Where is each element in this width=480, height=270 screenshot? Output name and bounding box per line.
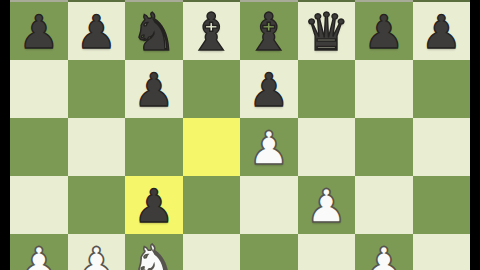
square-h7[interactable]: ♟ [413, 2, 471, 60]
square-a5[interactable] [10, 118, 68, 176]
square-h6[interactable] [413, 60, 471, 118]
board-grid: ♟♟♞♝♝♛♟♟♟♟♟♟♟♟♟♞♟ [10, 2, 470, 270]
piece-white-pawn-a3[interactable]: ♟ [18, 241, 59, 270]
piece-black-pawn-h7[interactable]: ♟ [421, 9, 462, 55]
rank8-edge-a8 [10, 0, 68, 2]
piece-black-queen-f7[interactable]: ♛ [303, 6, 350, 58]
square-g7[interactable]: ♟ [355, 2, 413, 60]
rank8-edge-g8 [355, 0, 413, 2]
square-e4[interactable] [240, 176, 298, 234]
square-e3[interactable] [240, 234, 298, 270]
square-h3[interactable] [413, 234, 471, 270]
square-b7[interactable]: ♟ [68, 2, 126, 60]
rank8-edge-b8 [68, 0, 126, 2]
square-h5[interactable] [413, 118, 471, 176]
piece-black-pawn-b7[interactable]: ♟ [76, 9, 117, 55]
square-d6[interactable] [183, 60, 241, 118]
square-f7[interactable]: ♛ [298, 2, 356, 60]
piece-white-pawn-f4[interactable]: ♟ [306, 183, 347, 229]
piece-white-pawn-e5[interactable]: ♟ [248, 125, 289, 171]
piece-white-pawn-g3[interactable]: ♟ [363, 241, 404, 270]
square-e5[interactable]: ♟ [240, 118, 298, 176]
rank8-edge-h8 [413, 0, 471, 2]
piece-white-knight-c3[interactable]: ♞ [130, 238, 177, 270]
square-b5[interactable] [68, 118, 126, 176]
square-d5[interactable] [183, 118, 241, 176]
square-b4[interactable] [68, 176, 126, 234]
square-g3[interactable]: ♟ [355, 234, 413, 270]
square-a4[interactable] [10, 176, 68, 234]
square-f5[interactable] [298, 118, 356, 176]
square-a3[interactable]: ♟ [10, 234, 68, 270]
square-d7[interactable]: ♝ [183, 2, 241, 60]
piece-black-pawn-c4[interactable]: ♟ [133, 183, 174, 229]
square-c3[interactable]: ♞ [125, 234, 183, 270]
letterbox-right [470, 0, 480, 270]
square-e7[interactable]: ♝ [240, 2, 298, 60]
square-c6[interactable]: ♟ [125, 60, 183, 118]
square-a6[interactable] [10, 60, 68, 118]
chess-board: ♟♟♞♝♝♛♟♟♟♟♟♟♟♟♟♞♟ [10, 0, 470, 270]
piece-white-pawn-b3[interactable]: ♟ [76, 241, 117, 270]
piece-black-pawn-e6[interactable]: ♟ [248, 67, 289, 113]
piece-black-pawn-c6[interactable]: ♟ [133, 67, 174, 113]
square-h4[interactable] [413, 176, 471, 234]
square-c7[interactable]: ♞ [125, 2, 183, 60]
piece-black-pawn-g7[interactable]: ♟ [363, 9, 404, 55]
piece-black-bishop-e7[interactable]: ♝ [245, 6, 292, 58]
square-c5[interactable] [125, 118, 183, 176]
piece-black-knight-c7[interactable]: ♞ [130, 6, 177, 58]
piece-black-bishop-d7[interactable]: ♝ [188, 6, 235, 58]
square-d3[interactable] [183, 234, 241, 270]
square-e6[interactable]: ♟ [240, 60, 298, 118]
square-g5[interactable] [355, 118, 413, 176]
square-b3[interactable]: ♟ [68, 234, 126, 270]
square-b6[interactable] [68, 60, 126, 118]
square-f3[interactable] [298, 234, 356, 270]
square-g6[interactable] [355, 60, 413, 118]
square-a7[interactable]: ♟ [10, 2, 68, 60]
letterbox-left [0, 0, 10, 270]
piece-black-pawn-a7[interactable]: ♟ [18, 9, 59, 55]
square-c4[interactable]: ♟ [125, 176, 183, 234]
square-f4[interactable]: ♟ [298, 176, 356, 234]
rank8-bottom-edge [10, 0, 470, 2]
square-f6[interactable] [298, 60, 356, 118]
square-g4[interactable] [355, 176, 413, 234]
square-d4[interactable] [183, 176, 241, 234]
